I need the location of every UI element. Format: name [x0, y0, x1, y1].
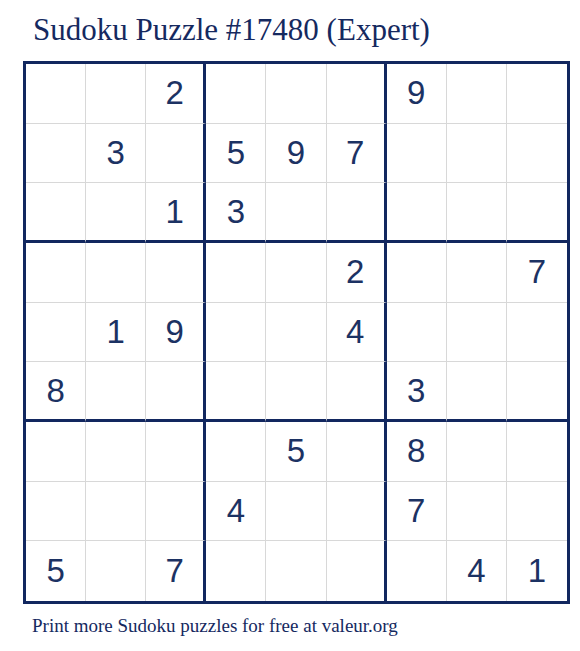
cell-r3c6[interactable]	[327, 183, 387, 243]
cell-r1c3[interactable]: 2	[146, 64, 206, 124]
cell-r9c2[interactable]	[86, 541, 146, 601]
cell-r2c7[interactable]	[387, 124, 447, 184]
cell-r9c3[interactable]: 7	[146, 541, 206, 601]
cell-r4c3[interactable]	[146, 243, 206, 303]
cell-r8c5[interactable]	[266, 482, 326, 542]
cell-r6c2[interactable]	[86, 362, 146, 422]
cell-r3c5[interactable]	[266, 183, 326, 243]
cell-r6c8[interactable]	[447, 362, 507, 422]
cell-r1c4[interactable]	[206, 64, 266, 124]
cell-r5c1[interactable]	[26, 303, 86, 363]
cell-r3c3[interactable]: 1	[146, 183, 206, 243]
cell-r2c9[interactable]	[507, 124, 567, 184]
sudoku-board: 29359713271948358475741	[23, 61, 570, 604]
cell-r3c4[interactable]: 3	[206, 183, 266, 243]
cell-r8c1[interactable]	[26, 482, 86, 542]
cell-r4c5[interactable]	[266, 243, 326, 303]
cell-r8c9[interactable]	[507, 482, 567, 542]
cell-r9c9[interactable]: 1	[507, 541, 567, 601]
cell-r4c4[interactable]	[206, 243, 266, 303]
cell-r4c8[interactable]	[447, 243, 507, 303]
cell-r3c9[interactable]	[507, 183, 567, 243]
cell-r1c5[interactable]	[266, 64, 326, 124]
cell-r7c6[interactable]	[327, 422, 387, 482]
cell-r6c3[interactable]	[146, 362, 206, 422]
cell-r9c8[interactable]: 4	[447, 541, 507, 601]
cell-r7c4[interactable]	[206, 422, 266, 482]
cell-r6c6[interactable]	[327, 362, 387, 422]
cell-r4c9[interactable]: 7	[507, 243, 567, 303]
cell-r2c4[interactable]: 5	[206, 124, 266, 184]
cell-r2c5[interactable]: 9	[266, 124, 326, 184]
cell-r2c3[interactable]	[146, 124, 206, 184]
cell-r3c8[interactable]	[447, 183, 507, 243]
cell-r5c3[interactable]: 9	[146, 303, 206, 363]
cell-r8c6[interactable]	[327, 482, 387, 542]
cell-r3c2[interactable]	[86, 183, 146, 243]
cell-r4c2[interactable]	[86, 243, 146, 303]
cell-r1c9[interactable]	[507, 64, 567, 124]
cell-r2c6[interactable]: 7	[327, 124, 387, 184]
cell-r3c1[interactable]	[26, 183, 86, 243]
cell-r2c1[interactable]	[26, 124, 86, 184]
cell-r4c7[interactable]	[387, 243, 447, 303]
cell-r1c8[interactable]	[447, 64, 507, 124]
cell-r5c6[interactable]: 4	[327, 303, 387, 363]
cell-r8c4[interactable]: 4	[206, 482, 266, 542]
cell-r5c2[interactable]: 1	[86, 303, 146, 363]
cell-r5c9[interactable]	[507, 303, 567, 363]
cell-r1c6[interactable]	[327, 64, 387, 124]
cell-r9c1[interactable]: 5	[26, 541, 86, 601]
cell-r7c8[interactable]	[447, 422, 507, 482]
cell-r4c6[interactable]: 2	[327, 243, 387, 303]
cell-r7c9[interactable]	[507, 422, 567, 482]
cell-r5c8[interactable]	[447, 303, 507, 363]
cell-r9c5[interactable]	[266, 541, 326, 601]
cell-r1c2[interactable]	[86, 64, 146, 124]
cell-r5c7[interactable]	[387, 303, 447, 363]
cell-r5c5[interactable]	[266, 303, 326, 363]
cell-r7c2[interactable]	[86, 422, 146, 482]
cell-r8c3[interactable]	[146, 482, 206, 542]
cell-r7c5[interactable]: 5	[266, 422, 326, 482]
cell-r2c2[interactable]: 3	[86, 124, 146, 184]
cell-r5c4[interactable]	[206, 303, 266, 363]
cell-r1c1[interactable]	[26, 64, 86, 124]
cell-r3c7[interactable]	[387, 183, 447, 243]
cell-r6c5[interactable]	[266, 362, 326, 422]
cell-r9c7[interactable]	[387, 541, 447, 601]
cell-r6c9[interactable]	[507, 362, 567, 422]
cell-r7c1[interactable]	[26, 422, 86, 482]
cell-r8c2[interactable]	[86, 482, 146, 542]
cell-r2c8[interactable]	[447, 124, 507, 184]
cell-r8c8[interactable]	[447, 482, 507, 542]
cell-r4c1[interactable]	[26, 243, 86, 303]
cell-r7c3[interactable]	[146, 422, 206, 482]
cell-r6c7[interactable]: 3	[387, 362, 447, 422]
cell-r9c6[interactable]	[327, 541, 387, 601]
cell-r9c4[interactable]	[206, 541, 266, 601]
cell-r8c7[interactable]: 7	[387, 482, 447, 542]
page-title: Sudoku Puzzle #17480 (Expert)	[33, 14, 430, 45]
cell-r6c4[interactable]	[206, 362, 266, 422]
cell-r7c7[interactable]: 8	[387, 422, 447, 482]
cell-r1c7[interactable]: 9	[387, 64, 447, 124]
footer-text: Print more Sudoku puzzles for free at va…	[32, 616, 398, 637]
cell-r6c1[interactable]: 8	[26, 362, 86, 422]
